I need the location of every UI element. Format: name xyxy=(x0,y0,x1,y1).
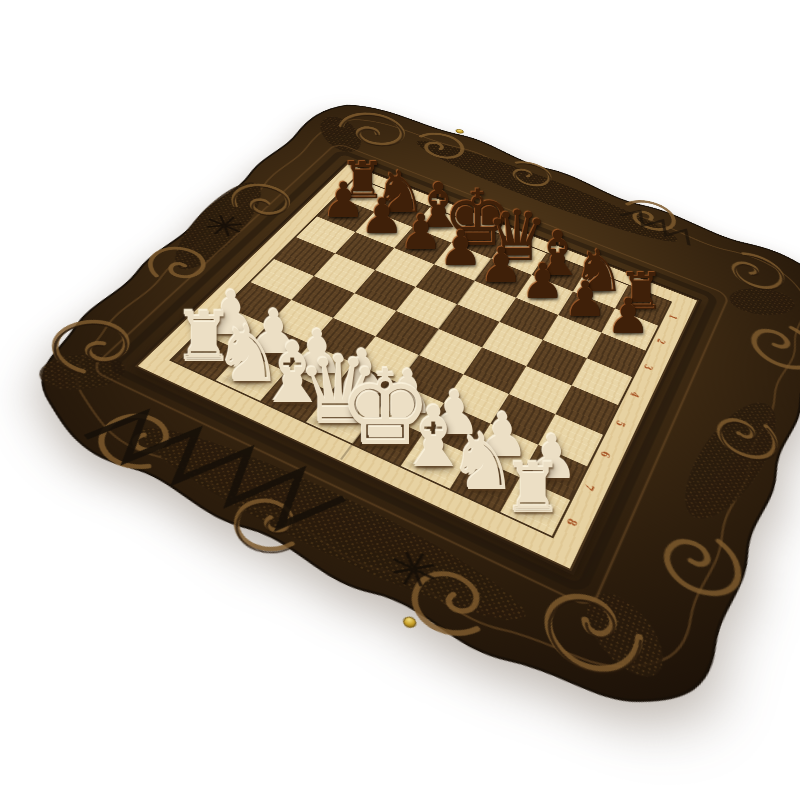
board-plane: 12345678 xyxy=(172,178,670,536)
chess-set-photo: 12345678 ♜♞♝♚♛♝♞♜♟♟♟♟♟♟♟♟♟♟♟♟♟♟♟♟♜♞♝♛♚♝♞… xyxy=(0,0,800,800)
